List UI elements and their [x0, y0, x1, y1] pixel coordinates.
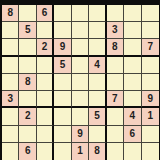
- sudoku-board: 86532987548379254196618: [2, 5, 159, 160]
- cell-r8c5[interactable]: 9: [72, 126, 89, 143]
- cell-r4c4[interactable]: 5: [54, 57, 71, 74]
- cell-r4c7[interactable]: [107, 57, 124, 74]
- cell-r3c2[interactable]: [19, 39, 36, 56]
- cell-r5c4[interactable]: [54, 74, 71, 91]
- cell-r7c6[interactable]: 5: [89, 108, 106, 125]
- cell-r1c8[interactable]: [124, 5, 141, 22]
- cell-r9c7[interactable]: [107, 143, 124, 160]
- cell-r2c6[interactable]: [89, 22, 106, 39]
- cell-r9c5[interactable]: 1: [72, 143, 89, 160]
- cell-r2c4[interactable]: [54, 22, 71, 39]
- cell-r4c9[interactable]: [142, 57, 159, 74]
- cell-r3c6[interactable]: [89, 39, 106, 56]
- cell-r3c1[interactable]: [2, 39, 19, 56]
- cell-r5c6[interactable]: [89, 74, 106, 91]
- cell-r9c4[interactable]: [54, 143, 71, 160]
- cell-r4c3[interactable]: [37, 57, 54, 74]
- cell-r5c3[interactable]: [37, 74, 54, 91]
- cell-r7c5[interactable]: [72, 108, 89, 125]
- cell-r7c8[interactable]: 4: [124, 108, 141, 125]
- cell-r8c8[interactable]: 6: [124, 126, 141, 143]
- cell-r1c5[interactable]: [72, 5, 89, 22]
- cell-r1c9[interactable]: [142, 5, 159, 22]
- cell-r6c1[interactable]: 3: [2, 91, 19, 108]
- cell-r3c5[interactable]: [72, 39, 89, 56]
- cell-r4c5[interactable]: [72, 57, 89, 74]
- cell-r8c9[interactable]: [142, 126, 159, 143]
- cell-r9c1[interactable]: [2, 143, 19, 160]
- cell-r9c9[interactable]: [142, 143, 159, 160]
- cell-r5c2[interactable]: 8: [19, 74, 36, 91]
- cell-r8c7[interactable]: [107, 126, 124, 143]
- cell-r2c5[interactable]: [72, 22, 89, 39]
- cell-r3c7[interactable]: 8: [107, 39, 124, 56]
- cell-r6c8[interactable]: [124, 91, 141, 108]
- cell-r3c8[interactable]: [124, 39, 141, 56]
- cell-r8c6[interactable]: [89, 126, 106, 143]
- cell-r5c7[interactable]: [107, 74, 124, 91]
- cell-r9c8[interactable]: [124, 143, 141, 160]
- cell-r5c1[interactable]: [2, 74, 19, 91]
- cell-r7c3[interactable]: [37, 108, 54, 125]
- cell-r4c6[interactable]: 4: [89, 57, 106, 74]
- cell-r5c5[interactable]: [72, 74, 89, 91]
- cell-r7c7[interactable]: [107, 108, 124, 125]
- cell-r7c9[interactable]: 1: [142, 108, 159, 125]
- sudoku-frame: 86532987548379254196618: [0, 0, 160, 160]
- cell-r7c4[interactable]: [54, 108, 71, 125]
- cell-r1c1[interactable]: 8: [2, 5, 19, 22]
- cell-r2c3[interactable]: [37, 22, 54, 39]
- cell-r5c9[interactable]: [142, 74, 159, 91]
- cell-r8c1[interactable]: [2, 126, 19, 143]
- cell-r8c3[interactable]: [37, 126, 54, 143]
- cell-r2c8[interactable]: [124, 22, 141, 39]
- cell-r3c9[interactable]: 7: [142, 39, 159, 56]
- cell-r9c2[interactable]: 6: [19, 143, 36, 160]
- cell-r4c2[interactable]: [19, 57, 36, 74]
- cell-r6c4[interactable]: [54, 91, 71, 108]
- cell-r1c4[interactable]: [54, 5, 71, 22]
- cell-r8c4[interactable]: [54, 126, 71, 143]
- cell-r9c6[interactable]: 8: [89, 143, 106, 160]
- cell-r6c6[interactable]: [89, 91, 106, 108]
- cell-r1c7[interactable]: [107, 5, 124, 22]
- cell-r2c7[interactable]: 3: [107, 22, 124, 39]
- cell-r2c1[interactable]: [2, 22, 19, 39]
- cell-r7c2[interactable]: 2: [19, 108, 36, 125]
- cell-r6c9[interactable]: 9: [142, 91, 159, 108]
- cell-r3c3[interactable]: 2: [37, 39, 54, 56]
- cell-r5c8[interactable]: [124, 74, 141, 91]
- cell-r4c1[interactable]: [2, 57, 19, 74]
- cell-r4c8[interactable]: [124, 57, 141, 74]
- cell-r9c3[interactable]: [37, 143, 54, 160]
- cell-r6c2[interactable]: [19, 91, 36, 108]
- cell-r6c5[interactable]: [72, 91, 89, 108]
- cell-r1c3[interactable]: 6: [37, 5, 54, 22]
- cell-r2c2[interactable]: 5: [19, 22, 36, 39]
- cell-r6c3[interactable]: [37, 91, 54, 108]
- cell-r3c4[interactable]: 9: [54, 39, 71, 56]
- cell-r1c2[interactable]: [19, 5, 36, 22]
- cell-r2c9[interactable]: [142, 22, 159, 39]
- cell-r1c6[interactable]: [89, 5, 106, 22]
- cell-r8c2[interactable]: [19, 126, 36, 143]
- cell-r6c7[interactable]: 7: [107, 91, 124, 108]
- cell-r7c1[interactable]: [2, 108, 19, 125]
